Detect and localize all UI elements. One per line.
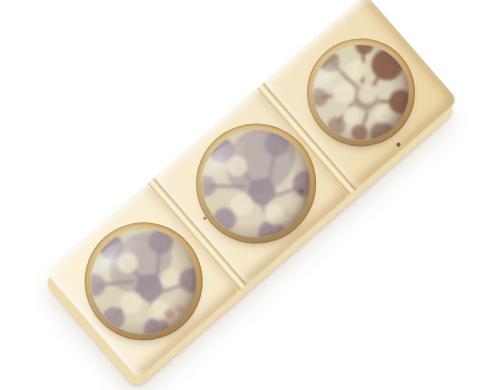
shading-vignette — [293, 24, 428, 159]
soccer-ball-chocolate-3 — [293, 24, 428, 159]
soccer-ball-graphic-3 — [293, 24, 428, 159]
chocolate-bar — [46, 0, 459, 379]
photo-stage — [0, 0, 500, 390]
